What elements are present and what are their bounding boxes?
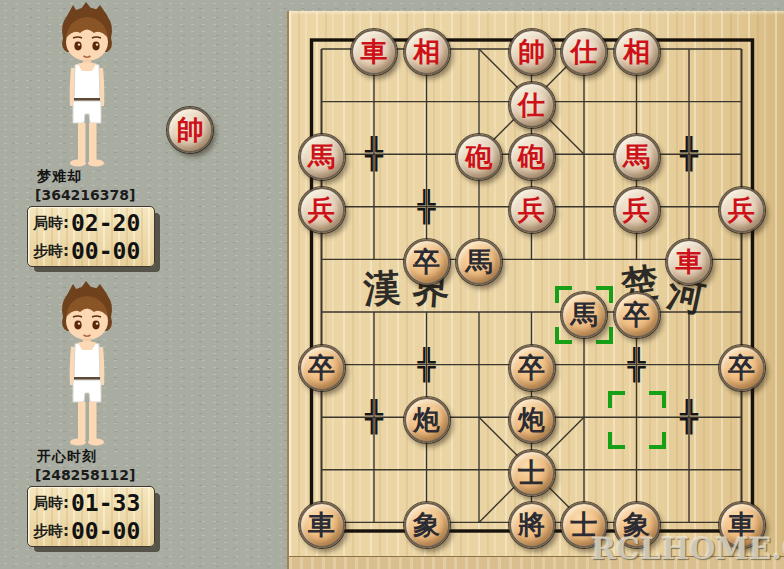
piece-red-馬[interactable]: 馬 <box>614 134 660 180</box>
player-bottom-clock: 局時: 01-33 步時: 00-00 <box>27 486 155 547</box>
piece-black-將[interactable]: 將 <box>509 502 555 548</box>
piece-black-車[interactable]: 車 <box>299 502 345 548</box>
piece-red-車[interactable]: 車 <box>666 239 712 285</box>
player-top-id: [364216378] <box>35 187 135 203</box>
game-time-value: 01-33 <box>71 490 140 517</box>
move-time-value: 00-00 <box>71 238 140 265</box>
game-screen: 漢界楚河 ╬╬╬╬╬╬╬ 車相帥仕相仕馬砲砲馬兵兵兵兵車卒馬馬卒卒卒卒炮炮士車象… <box>0 0 784 569</box>
piece-red-砲[interactable]: 砲 <box>456 134 502 180</box>
point-marker: ╬ <box>680 139 698 169</box>
piece-black-馬[interactable]: 馬 <box>456 239 502 285</box>
piece-red-兵[interactable]: 兵 <box>299 187 345 233</box>
piece-red-兵[interactable]: 兵 <box>509 187 555 233</box>
player-top-name: 梦难却 <box>37 168 82 186</box>
piece-black-象[interactable]: 象 <box>614 502 660 548</box>
game-time-label: 局時: <box>33 494 69 513</box>
piece-red-帥[interactable]: 帥 <box>509 29 555 75</box>
piece-black-士[interactable]: 士 <box>561 502 607 548</box>
piece-red-仕[interactable]: 仕 <box>561 29 607 75</box>
piece-black-馬[interactable]: 馬 <box>561 292 607 338</box>
piece-red-砲[interactable]: 砲 <box>509 134 555 180</box>
player-bottom-avatar <box>48 281 126 451</box>
piece-red-兵[interactable]: 兵 <box>614 187 660 233</box>
point-marker: ╬ <box>417 192 435 222</box>
piece-black-卒[interactable]: 卒 <box>614 292 660 338</box>
piece-red-仕[interactable]: 仕 <box>509 82 555 128</box>
point-marker: ╬ <box>680 402 698 432</box>
piece-black-卒[interactable]: 卒 <box>509 345 555 391</box>
piece-red-馬[interactable]: 馬 <box>299 134 345 180</box>
point-marker: ╬ <box>365 139 383 169</box>
piece-red-車[interactable]: 車 <box>351 29 397 75</box>
river-label-left-char: 漢 <box>362 263 402 315</box>
player-bottom-id: [248258112] <box>35 467 135 483</box>
piece-black-卒[interactable]: 卒 <box>719 345 765 391</box>
piece-black-車[interactable]: 車 <box>719 502 765 548</box>
player-bottom-name: 开心时刻 <box>37 448 97 466</box>
piece-red-兵[interactable]: 兵 <box>719 187 765 233</box>
piece-black-象[interactable]: 象 <box>404 502 450 548</box>
side-indicator-piece: 帥 <box>167 107 213 153</box>
piece-black-卒[interactable]: 卒 <box>299 345 345 391</box>
move-time-value: 00-00 <box>71 518 140 545</box>
move-time-label: 步時: <box>33 242 69 261</box>
piece-red-相[interactable]: 相 <box>614 29 660 75</box>
piece-black-卒[interactable]: 卒 <box>404 239 450 285</box>
move-time-label: 步時: <box>33 522 69 541</box>
game-time-value: 02-20 <box>71 210 140 237</box>
piece-black-炮[interactable]: 炮 <box>509 397 555 443</box>
point-marker: ╬ <box>627 350 645 380</box>
piece-black-士[interactable]: 士 <box>509 450 555 496</box>
point-marker: ╬ <box>365 402 383 432</box>
piece-red-相[interactable]: 相 <box>404 29 450 75</box>
game-time-label: 局時: <box>33 214 69 233</box>
piece-black-炮[interactable]: 炮 <box>404 397 450 443</box>
player-top-clock: 局時: 02-20 步時: 00-00 <box>27 206 155 267</box>
point-marker: ╬ <box>417 350 435 380</box>
player-top-avatar <box>48 2 126 172</box>
